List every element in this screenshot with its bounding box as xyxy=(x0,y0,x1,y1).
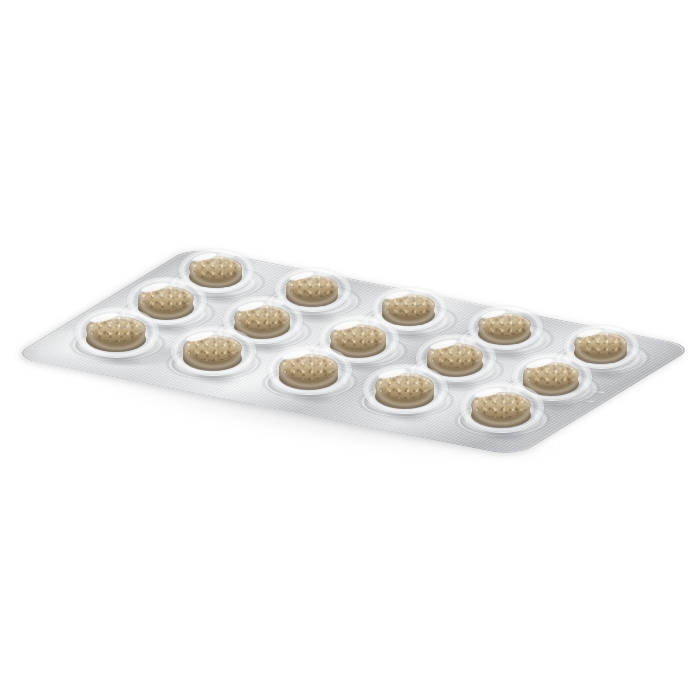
tablet-top-face xyxy=(330,324,386,349)
dome-highlight xyxy=(409,366,428,374)
dome-highlight xyxy=(312,347,331,355)
tablet-side-bottom xyxy=(234,314,290,339)
tablet-under-shadow xyxy=(580,355,621,363)
tablet xyxy=(450,275,560,375)
dome-highlight xyxy=(412,288,429,295)
tablet xyxy=(546,293,656,393)
tablet-top-face xyxy=(427,343,483,368)
tablet-side-bottom xyxy=(183,345,242,372)
tablet-side-wall xyxy=(427,355,482,366)
blister-dome xyxy=(512,353,592,401)
dome-highlight xyxy=(577,327,603,339)
tablet-side-bottom xyxy=(330,333,386,358)
tablet xyxy=(303,286,413,386)
tablet xyxy=(111,248,221,348)
tablet-side-bottom xyxy=(86,326,145,353)
tablet-top-face xyxy=(86,316,145,343)
tablet-top-face xyxy=(382,294,435,318)
tablet-under-shadow xyxy=(484,336,525,344)
tablet-under-shadow xyxy=(291,298,332,306)
tablet-side-wall xyxy=(479,325,531,335)
tablet-side-bottom xyxy=(138,295,194,320)
tablet-under-shadow xyxy=(529,386,573,395)
blister-dome xyxy=(127,277,207,325)
blister-dome xyxy=(223,296,303,344)
tablet-under-shadow xyxy=(93,342,140,352)
tablet xyxy=(157,298,267,398)
tablet xyxy=(400,305,510,405)
tablet xyxy=(61,279,171,379)
dome-highlight xyxy=(192,251,218,263)
tablet-side-wall xyxy=(286,287,338,297)
blister-dome xyxy=(319,315,399,363)
blister-dome xyxy=(171,326,256,377)
tablet-top-face xyxy=(375,373,434,400)
blister-dome xyxy=(275,267,350,312)
tablet-side-wall xyxy=(472,405,530,416)
tablet-side-wall xyxy=(279,367,337,378)
tablet-side-wall xyxy=(376,386,434,397)
dome-highlight xyxy=(429,338,456,351)
tablet-under-shadow xyxy=(336,348,380,357)
blister-dome xyxy=(267,345,352,396)
tablet-side-wall xyxy=(382,306,434,316)
tablet-top-face xyxy=(183,335,242,362)
blister-dome xyxy=(468,305,543,350)
tablet-top-face xyxy=(574,332,627,356)
tablet xyxy=(496,324,606,424)
blister-dome xyxy=(372,286,447,331)
dome-highlight xyxy=(266,299,284,307)
dome-highlight xyxy=(508,307,525,314)
dome-highlight xyxy=(333,319,360,332)
dome-highlight xyxy=(169,280,187,288)
tablet-side-bottom xyxy=(574,341,627,365)
dome-highlight xyxy=(282,348,311,362)
tablet-side-bottom xyxy=(382,303,435,327)
dome-highlight xyxy=(481,308,507,320)
tablet-side-bottom xyxy=(375,383,434,410)
tablet-under-shadow xyxy=(189,361,236,371)
dome-highlight xyxy=(140,281,167,294)
dome-highlight xyxy=(474,386,503,400)
tablet-under-shadow xyxy=(240,329,284,338)
tablet-side-wall xyxy=(235,317,290,328)
blister-dome xyxy=(179,248,254,293)
tablet-side-wall xyxy=(183,348,241,359)
tablet xyxy=(353,256,463,356)
blister-dome xyxy=(460,382,545,433)
tablet xyxy=(207,267,317,367)
dome-highlight xyxy=(604,326,621,333)
tablet-side-wall xyxy=(138,298,193,309)
tablet-top-face xyxy=(234,305,290,330)
product-photo xyxy=(0,0,700,700)
tablet-top-face xyxy=(279,354,338,381)
dome-highlight xyxy=(288,270,314,282)
tablet-under-shadow xyxy=(144,310,188,319)
tablet-under-shadow xyxy=(433,367,477,376)
dome-highlight xyxy=(554,356,572,364)
tablet-under-shadow xyxy=(381,399,428,409)
tablet-top-face xyxy=(286,275,339,299)
dome-highlight xyxy=(458,337,476,345)
dome-highlight xyxy=(237,300,264,313)
tablet xyxy=(350,336,460,436)
tablets-layer xyxy=(0,0,700,700)
blister-dome xyxy=(363,364,448,415)
tablet-side-wall xyxy=(331,336,386,347)
dome-highlight xyxy=(525,356,552,369)
tablet-top-face xyxy=(478,313,531,337)
dome-highlight xyxy=(216,328,235,336)
tablet-side-bottom xyxy=(286,284,339,308)
dome-highlight xyxy=(384,289,410,301)
dome-highlight xyxy=(362,318,380,326)
dome-highlight xyxy=(378,367,407,381)
tablet-top-face xyxy=(471,392,530,419)
tablet-side-wall xyxy=(190,268,242,278)
tablet-under-shadow xyxy=(388,317,429,325)
tablet xyxy=(446,355,556,455)
tablet-side-bottom xyxy=(189,265,242,289)
dome-highlight xyxy=(120,309,139,317)
tablet-side-bottom xyxy=(279,364,338,391)
tablet-side-bottom xyxy=(471,402,530,429)
tablet-top-face xyxy=(138,286,194,311)
tablet-side-wall xyxy=(87,329,145,340)
blister-dome xyxy=(564,324,639,369)
dome-highlight xyxy=(315,269,332,276)
tablet-side-wall xyxy=(523,374,578,385)
tablet-side-bottom xyxy=(523,371,579,396)
tablet-under-shadow xyxy=(478,418,525,428)
blister-dome xyxy=(416,334,496,382)
tablet-under-shadow xyxy=(285,380,332,390)
dome-highlight xyxy=(219,251,236,258)
tablet xyxy=(161,218,271,318)
tablet-side-bottom xyxy=(427,352,483,377)
dome-highlight xyxy=(505,385,524,393)
tablet-top-face xyxy=(523,362,579,387)
tablet-top-face xyxy=(189,256,242,280)
tablet xyxy=(253,317,363,417)
tablet xyxy=(257,237,367,337)
blister-dome xyxy=(75,307,160,358)
dome-highlight xyxy=(89,310,118,324)
tablet-side-wall xyxy=(575,343,627,353)
dome-highlight xyxy=(185,329,214,343)
tablet-under-shadow xyxy=(195,279,236,287)
tablet-side-bottom xyxy=(478,322,531,346)
